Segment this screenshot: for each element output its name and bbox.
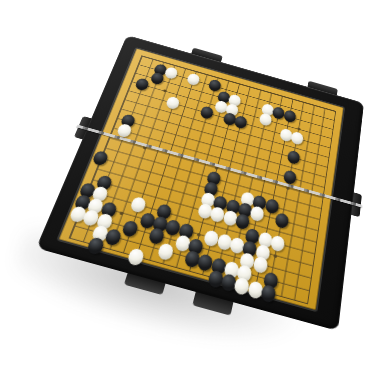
black-stone[interactable] <box>121 219 140 238</box>
hoshi-point <box>163 89 167 92</box>
white-stone[interactable] <box>186 72 201 86</box>
black-stone[interactable] <box>274 212 289 230</box>
black-stone[interactable] <box>134 77 150 91</box>
hoshi-point <box>273 254 277 258</box>
white-stone[interactable] <box>157 242 175 261</box>
hoshi-point <box>286 186 290 190</box>
hoshi-point <box>215 166 219 170</box>
hoshi-point <box>197 232 201 236</box>
white-stone[interactable] <box>129 196 147 214</box>
hoshi-point <box>119 211 124 215</box>
black-stone[interactable] <box>286 149 300 165</box>
hoshi-point <box>297 127 301 130</box>
black-stone[interactable] <box>283 109 297 124</box>
black-stone[interactable] <box>234 115 249 130</box>
white-stone[interactable] <box>270 235 286 253</box>
black-stone[interactable] <box>283 169 298 185</box>
hoshi-point <box>143 146 147 150</box>
white-stone[interactable] <box>290 130 304 145</box>
white-stone[interactable] <box>163 66 178 80</box>
black-stone[interactable] <box>264 197 279 214</box>
black-stone[interactable] <box>200 105 215 120</box>
black-stone[interactable] <box>208 79 223 93</box>
product-photo <box>0 0 380 380</box>
white-stone[interactable] <box>165 95 181 110</box>
